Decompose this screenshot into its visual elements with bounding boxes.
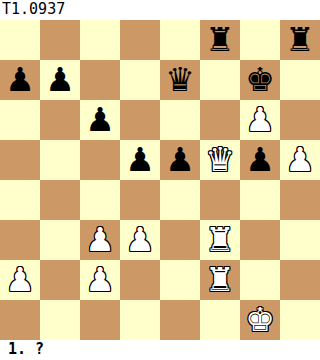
square-e3[interactable]	[160, 220, 200, 260]
white-pawn: ♟	[280, 140, 320, 180]
square-b6[interactable]	[40, 100, 80, 140]
square-d6[interactable]	[120, 100, 160, 140]
white-pawn: ♟	[120, 220, 160, 260]
square-e6[interactable]	[160, 100, 200, 140]
chess-board: ♜♜♟♟♛♚♟♟♟♟♛♟♟♟♟♜♟♟♜♚	[0, 20, 320, 340]
square-a8[interactable]	[0, 20, 40, 60]
square-d7[interactable]	[120, 60, 160, 100]
square-h6[interactable]	[280, 100, 320, 140]
square-g7[interactable]: ♚	[240, 60, 280, 100]
black-pawn: ♟	[120, 140, 160, 180]
white-pawn: ♟	[0, 260, 40, 300]
square-b7[interactable]: ♟	[40, 60, 80, 100]
black-king: ♚	[240, 60, 280, 100]
square-h2[interactable]	[280, 260, 320, 300]
square-a2[interactable]: ♟	[0, 260, 40, 300]
move-prompt: 1. ?	[0, 340, 320, 360]
black-pawn: ♟	[160, 140, 200, 180]
black-pawn: ♟	[80, 100, 120, 140]
square-d4[interactable]	[120, 180, 160, 220]
square-f2[interactable]: ♜	[200, 260, 240, 300]
square-d2[interactable]	[120, 260, 160, 300]
square-e1[interactable]	[160, 300, 200, 340]
square-g4[interactable]	[240, 180, 280, 220]
square-a4[interactable]	[0, 180, 40, 220]
square-f3[interactable]: ♜	[200, 220, 240, 260]
square-g1[interactable]: ♚	[240, 300, 280, 340]
white-rook: ♜	[200, 260, 240, 300]
square-a6[interactable]	[0, 100, 40, 140]
square-a5[interactable]	[0, 140, 40, 180]
square-b1[interactable]	[40, 300, 80, 340]
square-g3[interactable]	[240, 220, 280, 260]
square-h3[interactable]	[280, 220, 320, 260]
square-c5[interactable]	[80, 140, 120, 180]
square-e5[interactable]: ♟	[160, 140, 200, 180]
square-e8[interactable]	[160, 20, 200, 60]
square-b5[interactable]	[40, 140, 80, 180]
white-queen: ♛	[200, 140, 240, 180]
white-rook: ♜	[200, 220, 240, 260]
square-a3[interactable]	[0, 220, 40, 260]
black-queen: ♛	[160, 60, 200, 100]
white-king: ♚	[240, 300, 280, 340]
square-e4[interactable]	[160, 180, 200, 220]
square-c7[interactable]	[80, 60, 120, 100]
square-c2[interactable]: ♟	[80, 260, 120, 300]
square-f5[interactable]: ♛	[200, 140, 240, 180]
square-d3[interactable]: ♟	[120, 220, 160, 260]
square-f7[interactable]	[200, 60, 240, 100]
square-b4[interactable]	[40, 180, 80, 220]
square-f6[interactable]	[200, 100, 240, 140]
square-h5[interactable]: ♟	[280, 140, 320, 180]
square-h1[interactable]	[280, 300, 320, 340]
square-d1[interactable]	[120, 300, 160, 340]
square-g5[interactable]: ♟	[240, 140, 280, 180]
square-d8[interactable]	[120, 20, 160, 60]
square-a1[interactable]	[0, 300, 40, 340]
black-rook: ♜	[200, 20, 240, 60]
square-a7[interactable]: ♟	[0, 60, 40, 100]
black-pawn: ♟	[40, 60, 80, 100]
black-pawn: ♟	[0, 60, 40, 100]
white-pawn: ♟	[80, 260, 120, 300]
black-rook: ♜	[280, 20, 320, 60]
square-h7[interactable]	[280, 60, 320, 100]
square-c4[interactable]	[80, 180, 120, 220]
square-c1[interactable]	[80, 300, 120, 340]
puzzle-title: T1.0937	[0, 0, 320, 20]
square-f1[interactable]	[200, 300, 240, 340]
square-g2[interactable]	[240, 260, 280, 300]
square-e2[interactable]	[160, 260, 200, 300]
square-e7[interactable]: ♛	[160, 60, 200, 100]
black-pawn: ♟	[240, 140, 280, 180]
square-h4[interactable]	[280, 180, 320, 220]
square-b2[interactable]	[40, 260, 80, 300]
square-b3[interactable]	[40, 220, 80, 260]
square-f4[interactable]	[200, 180, 240, 220]
square-c6[interactable]: ♟	[80, 100, 120, 140]
square-c3[interactable]: ♟	[80, 220, 120, 260]
white-pawn: ♟	[240, 100, 280, 140]
square-g8[interactable]	[240, 20, 280, 60]
square-b8[interactable]	[40, 20, 80, 60]
white-pawn: ♟	[80, 220, 120, 260]
square-g6[interactable]: ♟	[240, 100, 280, 140]
square-d5[interactable]: ♟	[120, 140, 160, 180]
square-c8[interactable]	[80, 20, 120, 60]
square-f8[interactable]: ♜	[200, 20, 240, 60]
square-h8[interactable]: ♜	[280, 20, 320, 60]
